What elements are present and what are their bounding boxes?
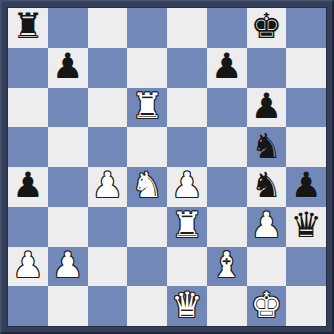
square-d4[interactable]: ♞ bbox=[127, 167, 167, 207]
square-f5[interactable] bbox=[207, 127, 247, 167]
square-h4[interactable]: ♟ bbox=[286, 167, 326, 207]
square-g2[interactable] bbox=[247, 247, 287, 287]
square-a7[interactable] bbox=[8, 48, 48, 88]
square-e6[interactable] bbox=[167, 88, 207, 128]
square-e4[interactable]: ♟ bbox=[167, 167, 207, 207]
white-pawn-g3: ♟ bbox=[251, 208, 282, 243]
black-pawn-f7: ♟ bbox=[211, 49, 242, 84]
square-b8[interactable] bbox=[48, 8, 88, 48]
square-f3[interactable] bbox=[207, 207, 247, 247]
square-g6[interactable]: ♟ bbox=[247, 88, 287, 128]
white-rook-d6: ♜ bbox=[131, 89, 162, 124]
square-h6[interactable] bbox=[286, 88, 326, 128]
square-a4[interactable]: ♟ bbox=[8, 167, 48, 207]
square-h8[interactable] bbox=[286, 8, 326, 48]
square-b4[interactable] bbox=[48, 167, 88, 207]
white-pawn-a2: ♟ bbox=[12, 248, 43, 283]
black-queen-h3: ♛ bbox=[290, 208, 321, 243]
black-knight-g5: ♞ bbox=[251, 129, 282, 164]
square-b2[interactable]: ♟ bbox=[48, 247, 88, 287]
square-a1[interactable] bbox=[8, 286, 48, 326]
white-queen-e1: ♛ bbox=[171, 288, 202, 323]
black-pawn-a4: ♟ bbox=[12, 168, 43, 203]
square-h5[interactable] bbox=[286, 127, 326, 167]
black-pawn-b7: ♟ bbox=[52, 49, 83, 84]
black-pawn-g6: ♟ bbox=[251, 89, 282, 124]
white-knight-d4: ♞ bbox=[131, 168, 162, 203]
square-h1[interactable] bbox=[286, 286, 326, 326]
square-g3[interactable]: ♟ bbox=[247, 207, 287, 247]
black-king-g8: ♚ bbox=[251, 9, 282, 44]
white-pawn-b2: ♟ bbox=[52, 248, 83, 283]
square-c7[interactable] bbox=[88, 48, 128, 88]
square-h2[interactable] bbox=[286, 247, 326, 287]
square-h7[interactable] bbox=[286, 48, 326, 88]
black-rook-a8: ♜ bbox=[12, 9, 43, 44]
square-d1[interactable] bbox=[127, 286, 167, 326]
square-c6[interactable] bbox=[88, 88, 128, 128]
square-f6[interactable] bbox=[207, 88, 247, 128]
square-e5[interactable] bbox=[167, 127, 207, 167]
square-c5[interactable] bbox=[88, 127, 128, 167]
square-h3[interactable]: ♛ bbox=[286, 207, 326, 247]
square-e7[interactable] bbox=[167, 48, 207, 88]
square-d3[interactable] bbox=[127, 207, 167, 247]
square-e8[interactable] bbox=[167, 8, 207, 48]
square-f4[interactable] bbox=[207, 167, 247, 207]
black-pawn-h4: ♟ bbox=[290, 168, 321, 203]
square-g1[interactable]: ♚ bbox=[247, 286, 287, 326]
chess-board: ♜♚♟♟♜♟♞♟♟♞♟♞♟♜♟♛♟♟♝♛♚ bbox=[8, 8, 326, 326]
white-pawn-e4: ♟ bbox=[171, 168, 202, 203]
square-g4[interactable]: ♞ bbox=[247, 167, 287, 207]
black-knight-g4: ♞ bbox=[251, 168, 282, 203]
square-d5[interactable] bbox=[127, 127, 167, 167]
square-d7[interactable] bbox=[127, 48, 167, 88]
square-e2[interactable] bbox=[167, 247, 207, 287]
square-g7[interactable] bbox=[247, 48, 287, 88]
square-f2[interactable]: ♝ bbox=[207, 247, 247, 287]
square-f1[interactable] bbox=[207, 286, 247, 326]
square-e1[interactable]: ♛ bbox=[167, 286, 207, 326]
board-frame: ♜♚♟♟♜♟♞♟♟♞♟♞♟♜♟♛♟♟♝♛♚ bbox=[0, 0, 334, 334]
square-b3[interactable] bbox=[48, 207, 88, 247]
white-rook-e3: ♜ bbox=[171, 208, 202, 243]
square-b5[interactable] bbox=[48, 127, 88, 167]
square-d2[interactable] bbox=[127, 247, 167, 287]
square-b6[interactable] bbox=[48, 88, 88, 128]
square-f7[interactable]: ♟ bbox=[207, 48, 247, 88]
square-c2[interactable] bbox=[88, 247, 128, 287]
square-e3[interactable]: ♜ bbox=[167, 207, 207, 247]
white-king-g1: ♚ bbox=[251, 288, 282, 323]
white-bishop-f2: ♝ bbox=[211, 248, 242, 283]
square-d8[interactable] bbox=[127, 8, 167, 48]
square-b7[interactable]: ♟ bbox=[48, 48, 88, 88]
square-a5[interactable] bbox=[8, 127, 48, 167]
square-c1[interactable] bbox=[88, 286, 128, 326]
square-a8[interactable]: ♜ bbox=[8, 8, 48, 48]
square-g8[interactable]: ♚ bbox=[247, 8, 287, 48]
square-a2[interactable]: ♟ bbox=[8, 247, 48, 287]
square-b1[interactable] bbox=[48, 286, 88, 326]
square-d6[interactable]: ♜ bbox=[127, 88, 167, 128]
square-g5[interactable]: ♞ bbox=[247, 127, 287, 167]
white-pawn-c4: ♟ bbox=[92, 168, 123, 203]
square-f8[interactable] bbox=[207, 8, 247, 48]
square-c3[interactable] bbox=[88, 207, 128, 247]
square-a3[interactable] bbox=[8, 207, 48, 247]
square-c4[interactable]: ♟ bbox=[88, 167, 128, 207]
square-c8[interactable] bbox=[88, 8, 128, 48]
square-a6[interactable] bbox=[8, 88, 48, 128]
